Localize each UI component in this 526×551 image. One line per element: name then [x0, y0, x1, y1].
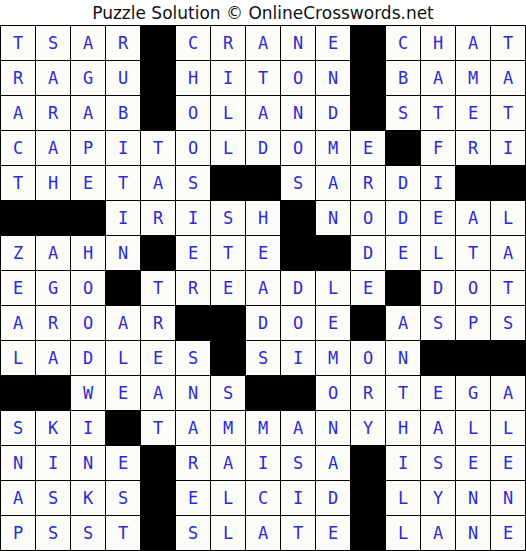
letter-cell-r9c2: R [36, 306, 70, 340]
letter-cell-r10c6: S [176, 341, 210, 375]
letter-cell-r15c6: S [176, 516, 210, 550]
letter-cell-r7c3: H [71, 236, 105, 270]
letter-cell-r4c2: A [36, 131, 70, 165]
letter-cell-r12c7: M [211, 411, 245, 445]
letter-cell-r11c14: G [456, 376, 490, 410]
letter-cell-r7c4: N [106, 236, 140, 270]
letter-cell-r15c14: N [456, 516, 490, 550]
letter-cell-r6c7: S [211, 201, 245, 235]
black-cell-r11c1 [1, 376, 35, 410]
letter-cell-r9c1: A [1, 306, 35, 340]
letter-cell-r3c4: B [106, 96, 140, 130]
letter-cell-r15c9: T [281, 516, 315, 550]
letter-cell-r8c13: D [421, 271, 455, 305]
letter-cell-r4c10: M [316, 131, 350, 165]
letter-cell-r7c11: D [351, 236, 385, 270]
black-cell-r14c11 [351, 481, 385, 515]
letter-cell-r1c8: A [246, 26, 280, 60]
letter-cell-r8c2: G [36, 271, 70, 305]
letter-cell-r8c9: D [281, 271, 315, 305]
letter-cell-r9c3: O [71, 306, 105, 340]
letter-cell-r9c14: P [456, 306, 490, 340]
letter-cell-r4c15: I [491, 131, 525, 165]
letter-cell-r10c2: A [36, 341, 70, 375]
letter-cell-r8c1: E [1, 271, 35, 305]
letter-cell-r2c2: A [36, 61, 70, 95]
letter-cell-r7c12: E [386, 236, 420, 270]
letter-cell-r1c7: R [211, 26, 245, 60]
letter-cell-r2c9: O [281, 61, 315, 95]
letter-cell-r13c1: N [1, 446, 35, 480]
letter-cell-r6c5: R [141, 201, 175, 235]
letter-cell-r12c12: H [386, 411, 420, 445]
letter-cell-r9c10: E [316, 306, 350, 340]
letter-cell-r10c9: I [281, 341, 315, 375]
letter-cell-r2c4: U [106, 61, 140, 95]
black-cell-r1c5 [141, 26, 175, 60]
letter-cell-r12c9: A [281, 411, 315, 445]
letter-cell-r14c14: N [456, 481, 490, 515]
black-cell-r11c9 [281, 376, 315, 410]
black-cell-r11c2 [36, 376, 70, 410]
letter-cell-r7c14: T [456, 236, 490, 270]
letter-cell-r7c13: L [421, 236, 455, 270]
black-cell-r7c9 [281, 236, 315, 270]
letter-cell-r4c8: D [246, 131, 280, 165]
black-cell-r6c2 [36, 201, 70, 235]
letter-cell-r9c13: S [421, 306, 455, 340]
black-cell-r5c8 [246, 166, 280, 200]
black-cell-r10c7 [211, 341, 245, 375]
letter-cell-r7c2: A [36, 236, 70, 270]
letter-cell-r2c7: I [211, 61, 245, 95]
letter-cell-r7c1: Z [1, 236, 35, 270]
letter-cell-r6c12: D [386, 201, 420, 235]
letter-cell-r9c12: A [386, 306, 420, 340]
letter-cell-r8c14: O [456, 271, 490, 305]
page-title-text: Puzzle Solution © OnlineCrosswords.net [92, 3, 434, 23]
letter-cell-r12c15: L [491, 411, 525, 445]
letter-cell-r15c7: L [211, 516, 245, 550]
letter-cell-r13c3: N [71, 446, 105, 480]
letter-cell-r4c5: T [141, 131, 175, 165]
black-cell-r5c7 [211, 166, 245, 200]
letter-cell-r5c11: R [351, 166, 385, 200]
letter-cell-r12c13: A [421, 411, 455, 445]
letter-cell-r15c2: S [36, 516, 70, 550]
letter-cell-r13c4: E [106, 446, 140, 480]
letter-cell-r12c5: T [141, 411, 175, 445]
letter-cell-r10c1: L [1, 341, 35, 375]
page-title: Puzzle Solution © OnlineCrosswords.net [0, 0, 526, 25]
black-cell-r15c11 [351, 516, 385, 550]
letter-cell-r11c15: A [491, 376, 525, 410]
letter-cell-r4c9: O [281, 131, 315, 165]
letter-cell-r8c6: R [176, 271, 210, 305]
letter-cell-r3c15: T [491, 96, 525, 130]
letter-cell-r8c10: L [316, 271, 350, 305]
letter-cell-r2c15: A [491, 61, 525, 95]
black-cell-r13c11 [351, 446, 385, 480]
letter-cell-r5c10: A [316, 166, 350, 200]
letter-cell-r13c7: A [211, 446, 245, 480]
letter-cell-r5c9: S [281, 166, 315, 200]
black-cell-r11c8 [246, 376, 280, 410]
letter-cell-r4c6: O [176, 131, 210, 165]
black-cell-r3c5 [141, 96, 175, 130]
letter-cell-r2c10: N [316, 61, 350, 95]
letter-cell-r5c5: A [141, 166, 175, 200]
letter-cell-r2c8: T [246, 61, 280, 95]
letter-cell-r12c3: I [71, 411, 105, 445]
letter-cell-r5c4: T [106, 166, 140, 200]
letter-cell-r14c2: S [36, 481, 70, 515]
letter-cell-r2c13: A [421, 61, 455, 95]
letter-cell-r1c15: T [491, 26, 525, 60]
letter-cell-r12c6: A [176, 411, 210, 445]
letter-cell-r9c5: R [141, 306, 175, 340]
letter-cell-r11c11: R [351, 376, 385, 410]
letter-cell-r5c12: D [386, 166, 420, 200]
black-cell-r9c11 [351, 306, 385, 340]
letter-cell-r12c2: K [36, 411, 70, 445]
letter-cell-r8c3: O [71, 271, 105, 305]
letter-cell-r15c4: T [106, 516, 140, 550]
letter-cell-r14c1: A [1, 481, 35, 515]
letter-cell-r11c3: W [71, 376, 105, 410]
black-cell-r9c7 [211, 306, 245, 340]
letter-cell-r4c14: R [456, 131, 490, 165]
letter-cell-r1c14: A [456, 26, 490, 60]
letter-cell-r14c6: E [176, 481, 210, 515]
black-cell-r12c4 [106, 411, 140, 445]
letter-cell-r10c10: M [316, 341, 350, 375]
letter-cell-r3c12: S [386, 96, 420, 130]
letter-cell-r1c1: T [1, 26, 35, 60]
letter-cell-r11c6: N [176, 376, 210, 410]
letter-cell-r6c14: A [456, 201, 490, 235]
letter-cell-r6c6: I [176, 201, 210, 235]
black-cell-r2c5 [141, 61, 175, 95]
letter-cell-r6c4: I [106, 201, 140, 235]
letter-cell-r3c14: E [456, 96, 490, 130]
letter-cell-r14c15: N [491, 481, 525, 515]
letter-cell-r7c8: E [246, 236, 280, 270]
black-cell-r8c4 [106, 271, 140, 305]
black-cell-r2c11 [351, 61, 385, 95]
letter-cell-r3c9: N [281, 96, 315, 130]
letter-cell-r15c12: L [386, 516, 420, 550]
letter-cell-r14c10: D [316, 481, 350, 515]
letter-cell-r11c12: T [386, 376, 420, 410]
letter-cell-r14c8: C [246, 481, 280, 515]
letter-cell-r3c6: O [176, 96, 210, 130]
letter-cell-r12c10: N [316, 411, 350, 445]
letter-cell-r10c12: N [386, 341, 420, 375]
letter-cell-r3c2: R [36, 96, 70, 130]
black-cell-r10c15 [491, 341, 525, 375]
letter-cell-r13c9: S [281, 446, 315, 480]
letter-cell-r15c3: S [71, 516, 105, 550]
letter-cell-r14c4: S [106, 481, 140, 515]
letter-cell-r10c4: L [106, 341, 140, 375]
letter-cell-r2c3: G [71, 61, 105, 95]
black-cell-r6c9 [281, 201, 315, 235]
letter-cell-r14c9: I [281, 481, 315, 515]
letter-cell-r13c6: R [176, 446, 210, 480]
letter-cell-r5c13: I [421, 166, 455, 200]
letter-cell-r6c11: O [351, 201, 385, 235]
letter-cell-r6c15: L [491, 201, 525, 235]
letter-cell-r8c8: A [246, 271, 280, 305]
crossword-grid: TSARCRANECHATRAGUHITONBAMAARABOLANDSTETC… [0, 25, 526, 551]
letter-cell-r6c13: E [421, 201, 455, 235]
black-cell-r14c5 [141, 481, 175, 515]
letter-cell-r14c12: L [386, 481, 420, 515]
letter-cell-r15c8: A [246, 516, 280, 550]
letter-cell-r4c13: F [421, 131, 455, 165]
letter-cell-r14c7: L [211, 481, 245, 515]
letter-cell-r15c10: E [316, 516, 350, 550]
letter-cell-r6c8: H [246, 201, 280, 235]
letter-cell-r7c7: T [211, 236, 245, 270]
letter-cell-r13c12: I [386, 446, 420, 480]
letter-cell-r3c1: A [1, 96, 35, 130]
letter-cell-r8c15: T [491, 271, 525, 305]
letter-cell-r3c10: D [316, 96, 350, 130]
letter-cell-r10c11: O [351, 341, 385, 375]
black-cell-r6c1 [1, 201, 35, 235]
letter-cell-r1c12: C [386, 26, 420, 60]
black-cell-r5c15 [491, 166, 525, 200]
letter-cell-r11c4: E [106, 376, 140, 410]
letter-cell-r15c15: E [491, 516, 525, 550]
letter-cell-r6c10: N [316, 201, 350, 235]
letter-cell-r5c1: T [1, 166, 35, 200]
letter-cell-r4c11: E [351, 131, 385, 165]
letter-cell-r3c8: A [246, 96, 280, 130]
letter-cell-r3c13: T [421, 96, 455, 130]
letter-cell-r1c10: E [316, 26, 350, 60]
letter-cell-r2c14: M [456, 61, 490, 95]
black-cell-r9c6 [176, 306, 210, 340]
letter-cell-r15c13: A [421, 516, 455, 550]
letter-cell-r1c3: A [71, 26, 105, 60]
black-cell-r8c12 [386, 271, 420, 305]
letter-cell-r8c5: T [141, 271, 175, 305]
letter-cell-r9c9: O [281, 306, 315, 340]
black-cell-r5c14 [456, 166, 490, 200]
letter-cell-r5c2: H [36, 166, 70, 200]
letter-cell-r5c6: S [176, 166, 210, 200]
letter-cell-r2c6: H [176, 61, 210, 95]
letter-cell-r9c4: A [106, 306, 140, 340]
letter-cell-r11c10: O [316, 376, 350, 410]
letter-cell-r7c15: A [491, 236, 525, 270]
letter-cell-r13c10: A [316, 446, 350, 480]
letter-cell-r13c2: I [36, 446, 70, 480]
letter-cell-r15c1: P [1, 516, 35, 550]
puzzle-solution-page: Puzzle Solution © OnlineCrosswords.net T… [0, 0, 526, 551]
letter-cell-r7c6: E [176, 236, 210, 270]
black-cell-r7c10 [316, 236, 350, 270]
letter-cell-r13c8: I [246, 446, 280, 480]
letter-cell-r12c11: Y [351, 411, 385, 445]
black-cell-r13c5 [141, 446, 175, 480]
letter-cell-r12c14: L [456, 411, 490, 445]
letter-cell-r1c4: R [106, 26, 140, 60]
letter-cell-r2c1: R [1, 61, 35, 95]
letter-cell-r11c5: A [141, 376, 175, 410]
letter-cell-r13c15: E [491, 446, 525, 480]
letter-cell-r9c15: S [491, 306, 525, 340]
black-cell-r7c5 [141, 236, 175, 270]
letter-cell-r4c3: P [71, 131, 105, 165]
letter-cell-r1c9: N [281, 26, 315, 60]
letter-cell-r10c3: D [71, 341, 105, 375]
letter-cell-r8c7: E [211, 271, 245, 305]
letter-cell-r1c6: C [176, 26, 210, 60]
letter-cell-r3c7: L [211, 96, 245, 130]
letter-cell-r10c8: S [246, 341, 280, 375]
letter-cell-r12c8: M [246, 411, 280, 445]
letter-cell-r1c2: S [36, 26, 70, 60]
letter-cell-r4c4: I [106, 131, 140, 165]
black-cell-r1c11 [351, 26, 385, 60]
letter-cell-r11c7: S [211, 376, 245, 410]
letter-cell-r10c5: E [141, 341, 175, 375]
letter-cell-r4c7: L [211, 131, 245, 165]
black-cell-r15c5 [141, 516, 175, 550]
black-cell-r6c3 [71, 201, 105, 235]
letter-cell-r14c3: K [71, 481, 105, 515]
black-cell-r10c13 [421, 341, 455, 375]
black-cell-r3c11 [351, 96, 385, 130]
letter-cell-r2c12: B [386, 61, 420, 95]
letter-cell-r13c13: S [421, 446, 455, 480]
letter-cell-r9c8: D [246, 306, 280, 340]
black-cell-r10c14 [456, 341, 490, 375]
letter-cell-r13c14: E [456, 446, 490, 480]
black-cell-r4c12 [386, 131, 420, 165]
letter-cell-r4c1: C [1, 131, 35, 165]
letter-cell-r5c3: E [71, 166, 105, 200]
letter-cell-r1c13: H [421, 26, 455, 60]
letter-cell-r12c1: S [1, 411, 35, 445]
letter-cell-r11c13: E [421, 376, 455, 410]
letter-cell-r3c3: A [71, 96, 105, 130]
letter-cell-r8c11: E [351, 271, 385, 305]
letter-cell-r14c13: Y [421, 481, 455, 515]
